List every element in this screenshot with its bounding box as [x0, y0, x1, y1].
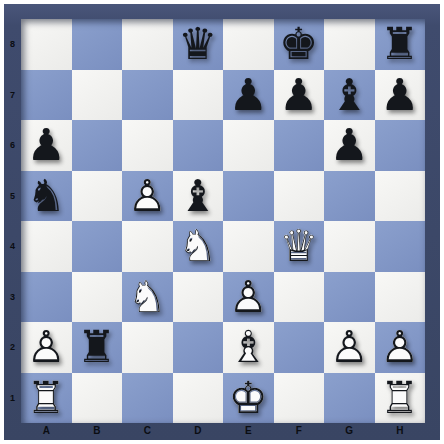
square-c5[interactable]: ♟♙	[122, 171, 173, 222]
piece-outline-glyph: ♙	[324, 322, 375, 373]
rank-label-1: 1	[4, 373, 21, 424]
square-d2[interactable]	[173, 322, 224, 373]
file-label-d: D	[173, 423, 224, 438]
piece-white-pawn[interactable]: ♟♙	[375, 322, 426, 373]
square-h7[interactable]: ♟	[375, 70, 426, 121]
piece-black-rook[interactable]: ♜	[375, 19, 426, 70]
square-a1[interactable]: ♜♖	[21, 373, 72, 424]
square-c1[interactable]	[122, 373, 173, 424]
file-label-c: C	[122, 423, 173, 438]
piece-black-pawn[interactable]: ♟	[223, 70, 274, 121]
rank-label-7: 7	[4, 70, 21, 121]
board: ♛♚♜♟♟♝♟♟♟♞♟♙♝♞♘♛♕♞♘♟♙♟♙♜♝♗♟♙♟♙♜♖♚♔♜♖	[21, 19, 425, 423]
piece-black-bishop[interactable]: ♝	[173, 171, 224, 222]
square-h1[interactable]: ♜♖	[375, 373, 426, 424]
board-frame: 87654321 ABCDEFGH ♛♚♜♟♟♝♟♟♟♞♟♙♝♞♘♛♕♞♘♟♙♟…	[4, 4, 440, 440]
square-b3[interactable]	[72, 272, 123, 323]
piece-white-king[interactable]: ♚♔	[223, 373, 274, 424]
piece-outline-glyph: ♘	[173, 221, 224, 272]
square-e5[interactable]	[223, 171, 274, 222]
file-label-f: F	[274, 423, 325, 438]
piece-black-pawn[interactable]: ♟	[324, 120, 375, 171]
square-f1[interactable]	[274, 373, 325, 424]
square-e4[interactable]	[223, 221, 274, 272]
square-e8[interactable]	[223, 19, 274, 70]
square-e6[interactable]	[223, 120, 274, 171]
square-d5[interactable]: ♝	[173, 171, 224, 222]
square-f4[interactable]: ♛♕	[274, 221, 325, 272]
square-g5[interactable]	[324, 171, 375, 222]
square-a3[interactable]	[21, 272, 72, 323]
piece-white-bishop[interactable]: ♝♗	[223, 322, 274, 373]
square-c8[interactable]	[122, 19, 173, 70]
file-label-e: E	[223, 423, 274, 438]
piece-outline-glyph: ♖	[375, 373, 426, 424]
piece-white-pawn[interactable]: ♟♙	[223, 272, 274, 323]
rank-label-6: 6	[4, 120, 21, 171]
rank-label-4: 4	[4, 221, 21, 272]
square-e2[interactable]: ♝♗	[223, 322, 274, 373]
piece-white-pawn[interactable]: ♟♙	[324, 322, 375, 373]
square-h8[interactable]: ♜	[375, 19, 426, 70]
piece-white-rook[interactable]: ♜♖	[375, 373, 426, 424]
square-f6[interactable]	[274, 120, 325, 171]
piece-black-knight[interactable]: ♞	[21, 171, 72, 222]
piece-black-queen[interactable]: ♛	[173, 19, 224, 70]
rank-label-3: 3	[4, 272, 21, 323]
square-a4[interactable]	[21, 221, 72, 272]
square-b7[interactable]	[72, 70, 123, 121]
piece-outline-glyph: ♘	[122, 272, 173, 323]
piece-black-pawn[interactable]: ♟	[375, 70, 426, 121]
square-f7[interactable]: ♟	[274, 70, 325, 121]
piece-black-rook[interactable]: ♜	[72, 322, 123, 373]
piece-outline-glyph: ♙	[223, 272, 274, 323]
piece-outline-glyph: ♔	[223, 373, 274, 424]
square-g3[interactable]	[324, 272, 375, 323]
square-d6[interactable]	[173, 120, 224, 171]
piece-white-knight[interactable]: ♞♘	[122, 272, 173, 323]
piece-glyph: ♟	[274, 70, 325, 121]
square-a6[interactable]: ♟	[21, 120, 72, 171]
square-c7[interactable]	[122, 70, 173, 121]
square-g2[interactable]: ♟♙	[324, 322, 375, 373]
piece-glyph: ♟	[223, 70, 274, 121]
rank-label-2: 2	[4, 322, 21, 373]
square-a7[interactable]	[21, 70, 72, 121]
square-f8[interactable]: ♚	[274, 19, 325, 70]
square-f5[interactable]	[274, 171, 325, 222]
square-d4[interactable]: ♞♘	[173, 221, 224, 272]
square-a2[interactable]: ♟♙	[21, 322, 72, 373]
file-label-h: H	[375, 423, 426, 438]
piece-glyph: ♞	[21, 171, 72, 222]
square-g8[interactable]	[324, 19, 375, 70]
piece-glyph: ♜	[375, 19, 426, 70]
piece-black-bishop[interactable]: ♝	[324, 70, 375, 121]
square-a5[interactable]: ♞	[21, 171, 72, 222]
square-h5[interactable]	[375, 171, 426, 222]
rank-label-5: 5	[4, 171, 21, 222]
piece-black-pawn[interactable]: ♟	[21, 120, 72, 171]
piece-glyph: ♟	[324, 120, 375, 171]
piece-glyph: ♜	[72, 322, 123, 373]
square-c2[interactable]	[122, 322, 173, 373]
square-e1[interactable]: ♚♔	[223, 373, 274, 424]
square-h2[interactable]: ♟♙	[375, 322, 426, 373]
piece-white-knight[interactable]: ♞♘	[173, 221, 224, 272]
file-label-b: B	[72, 423, 123, 438]
piece-glyph: ♟	[375, 70, 426, 121]
piece-black-pawn[interactable]: ♟	[274, 70, 325, 121]
chess-diagram: 87654321 ABCDEFGH ♛♚♜♟♟♝♟♟♟♞♟♙♝♞♘♛♕♞♘♟♙♟…	[0, 0, 444, 444]
square-g7[interactable]: ♝	[324, 70, 375, 121]
rank-labels: 87654321	[4, 19, 21, 423]
square-h3[interactable]	[375, 272, 426, 323]
square-f2[interactable]	[274, 322, 325, 373]
square-b4[interactable]	[72, 221, 123, 272]
piece-glyph: ♛	[173, 19, 224, 70]
square-d1[interactable]	[173, 373, 224, 424]
square-b8[interactable]	[72, 19, 123, 70]
square-a8[interactable]	[21, 19, 72, 70]
square-c6[interactable]	[122, 120, 173, 171]
piece-glyph: ♟	[21, 120, 72, 171]
piece-white-pawn[interactable]: ♟♙	[122, 171, 173, 222]
square-d3[interactable]	[173, 272, 224, 323]
square-c4[interactable]	[122, 221, 173, 272]
file-label-g: G	[324, 423, 375, 438]
piece-white-queen[interactable]: ♛♕	[274, 221, 325, 272]
file-label-a: A	[21, 423, 72, 438]
square-c3[interactable]: ♞♘	[122, 272, 173, 323]
square-g6[interactable]: ♟	[324, 120, 375, 171]
square-h4[interactable]	[375, 221, 426, 272]
piece-outline-glyph: ♖	[21, 373, 72, 424]
piece-glyph: ♚	[274, 19, 325, 70]
square-h6[interactable]	[375, 120, 426, 171]
piece-white-rook[interactable]: ♜♖	[21, 373, 72, 424]
square-g4[interactable]	[324, 221, 375, 272]
square-e3[interactable]: ♟♙	[223, 272, 274, 323]
square-b2[interactable]: ♜	[72, 322, 123, 373]
piece-outline-glyph: ♙	[122, 171, 173, 222]
file-labels: ABCDEFGH	[21, 423, 425, 438]
piece-outline-glyph: ♕	[274, 221, 325, 272]
piece-black-king[interactable]: ♚	[274, 19, 325, 70]
piece-outline-glyph: ♗	[223, 322, 274, 373]
piece-outline-glyph: ♙	[375, 322, 426, 373]
square-d8[interactable]: ♛	[173, 19, 224, 70]
square-d7[interactable]	[173, 70, 224, 121]
square-b1[interactable]	[72, 373, 123, 424]
piece-glyph: ♝	[324, 70, 375, 121]
rank-label-8: 8	[4, 19, 21, 70]
square-b5[interactable]	[72, 171, 123, 222]
square-g1[interactable]	[324, 373, 375, 424]
piece-glyph: ♝	[173, 171, 224, 222]
piece-white-pawn[interactable]: ♟♙	[21, 322, 72, 373]
square-e7[interactable]: ♟	[223, 70, 274, 121]
square-b6[interactable]	[72, 120, 123, 171]
square-f3[interactable]	[274, 272, 325, 323]
piece-outline-glyph: ♙	[21, 322, 72, 373]
